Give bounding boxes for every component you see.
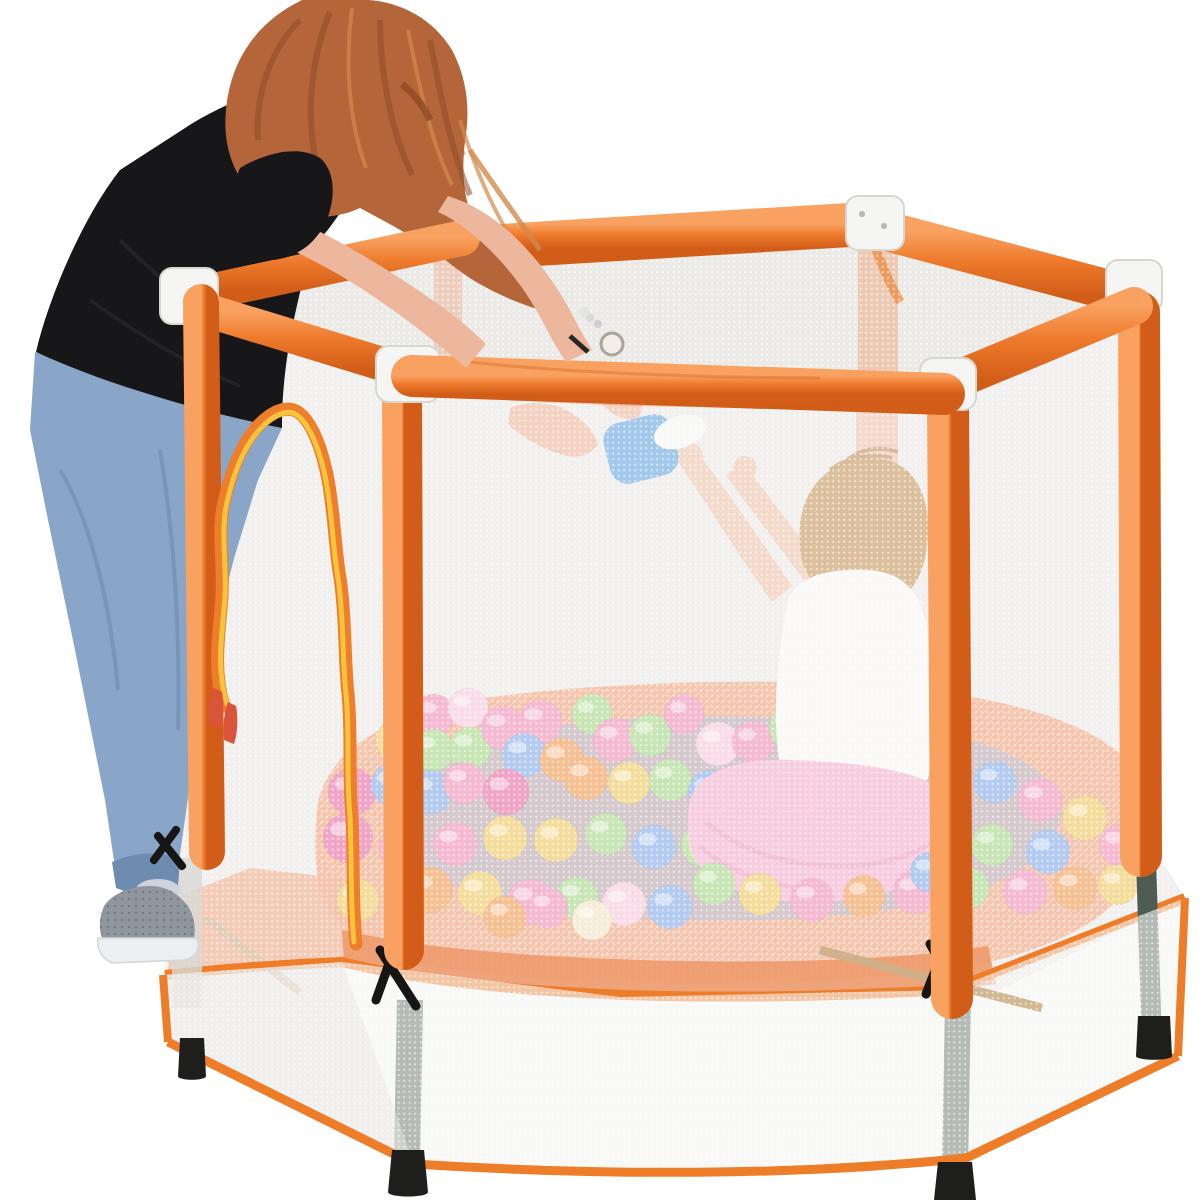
foot-left: [178, 1038, 206, 1080]
foot-right: [1136, 1016, 1172, 1060]
front-rail-pad: [412, 376, 944, 394]
back-right-corner-connector: [846, 196, 904, 250]
trampoline-product-photo: [0, 0, 1200, 1200]
foot-front-left: [388, 1150, 428, 1197]
trampoline-scene: [0, 0, 1200, 1200]
right-post-pad: [1139, 312, 1141, 856]
net-texture: [165, 305, 1185, 997]
enclosure-interior: [165, 305, 1185, 997]
front-right-post-pad: [948, 402, 952, 998]
left-post-pad: [201, 302, 207, 852]
sneaker-sole: [98, 938, 199, 963]
foot-front-right: [934, 1162, 976, 1200]
wrist-watch: [601, 333, 623, 355]
front-left-post-pad: [402, 394, 404, 950]
